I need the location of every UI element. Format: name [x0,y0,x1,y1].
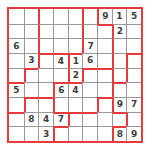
cell-r8c2[interactable]: 8 [24,112,39,127]
cell-r1c6[interactable] [82,9,97,24]
given-digit: 4 [72,86,78,95]
cell-r9c4[interactable] [53,126,68,141]
cell-r7c2[interactable] [24,97,39,112]
cell-r5c3[interactable] [38,68,53,83]
cell-r8c1[interactable] [9,112,24,127]
cell-r7c4[interactable] [53,97,68,112]
cell-r3c7[interactable] [97,38,112,53]
cell-r6c5[interactable]: 4 [68,82,83,97]
cell-r9c9[interactable]: 9 [126,126,141,141]
cell-r6c2[interactable] [24,82,39,97]
given-digit: 8 [28,115,34,124]
cell-r4c1[interactable] [9,53,24,68]
cell-r9c6[interactable] [82,126,97,141]
given-digit: 4 [43,115,49,124]
cell-r4c3[interactable] [38,53,53,68]
cell-r3c3[interactable] [38,38,53,53]
cell-r6c9[interactable] [126,82,141,97]
cell-r5c2[interactable] [24,68,39,83]
cell-r3c1[interactable]: 6 [9,38,24,53]
cell-r6c6[interactable] [82,82,97,97]
cell-r4c8[interactable] [112,53,127,68]
cell-r6c3[interactable] [38,82,53,97]
given-digit: 4 [58,57,64,66]
cell-r1c1[interactable] [9,9,24,24]
cell-r2c9[interactable] [126,24,141,39]
cell-r7c9[interactable]: 7 [126,97,141,112]
given-digit: 3 [28,56,34,65]
cell-r1c7[interactable]: 9 [97,9,112,24]
cell-r4c5[interactable]: 1 [68,53,83,68]
cell-r9c5[interactable] [68,126,83,141]
cell-r2c4[interactable] [53,24,68,39]
given-digit: 9 [131,130,137,139]
cell-r4c7[interactable] [97,53,112,68]
cell-r4c9[interactable] [126,53,141,68]
given-digit: 6 [87,56,93,65]
puzzle-board: 9152673416256497847389 [7,7,143,143]
cell-r8c3[interactable]: 4 [38,112,53,127]
given-digit: 2 [73,71,79,80]
cell-r9c3[interactable]: 3 [38,126,53,141]
given-digit: 1 [73,57,79,66]
cell-r8c9[interactable] [126,112,141,127]
cell-r4c4[interactable]: 4 [53,53,68,68]
cell-r8c5[interactable] [68,112,83,127]
cell-r2c5[interactable] [68,24,83,39]
given-digit: 9 [117,100,123,109]
cell-r6c4[interactable]: 6 [53,82,68,97]
cell-r7c5[interactable] [68,97,83,112]
cell-r5c9[interactable] [126,68,141,83]
cell-r7c3[interactable] [38,97,53,112]
cell-r8c7[interactable] [97,112,112,127]
cell-r3c6[interactable]: 7 [82,38,97,53]
given-digit: 3 [43,130,49,139]
cell-r9c2[interactable] [24,126,39,141]
cell-r7c7[interactable] [97,97,112,112]
given-digit: 9 [102,12,108,21]
given-digit: 5 [131,12,137,21]
cell-r1c5[interactable] [68,9,83,24]
cell-r9c7[interactable] [97,126,112,141]
given-digit: 5 [13,86,19,95]
cell-r4c6[interactable]: 6 [82,53,97,68]
given-digit: 2 [117,27,123,36]
cell-r5c1[interactable] [9,68,24,83]
cell-r5c8[interactable] [112,68,127,83]
cell-r1c4[interactable] [53,9,68,24]
cell-r8c4[interactable]: 7 [53,112,68,127]
given-digit: 7 [88,42,94,51]
cell-r3c9[interactable] [126,38,141,53]
cell-r7c1[interactable] [9,97,24,112]
cell-r1c9[interactable]: 5 [126,9,141,24]
cell-r8c8[interactable] [112,112,127,127]
cell-r1c3[interactable] [38,9,53,24]
cell-r3c5[interactable] [68,38,83,53]
cell-r5c5[interactable]: 2 [68,68,83,83]
cell-r2c2[interactable] [24,24,39,39]
cell-r5c6[interactable] [82,68,97,83]
cell-r1c8[interactable]: 1 [112,9,127,24]
cell-r2c7[interactable] [97,24,112,39]
cell-r3c8[interactable] [112,38,127,53]
given-digit: 7 [58,115,64,124]
cell-r4c2[interactable]: 3 [24,53,39,68]
cell-r2c3[interactable] [38,24,53,39]
cell-r5c4[interactable] [53,68,68,83]
cell-r8c6[interactable] [82,112,97,127]
cell-r3c2[interactable] [24,38,39,53]
cell-r5c7[interactable] [97,68,112,83]
cell-r2c6[interactable] [82,24,97,39]
cell-r7c8[interactable]: 9 [112,97,127,112]
cell-r9c1[interactable] [9,126,24,141]
cell-r3c4[interactable] [53,38,68,53]
cell-r7c6[interactable] [82,97,97,112]
given-digit: 1 [116,12,122,21]
cell-r6c7[interactable] [97,82,112,97]
cell-r1c2[interactable] [24,9,39,24]
cell-r9c8[interactable]: 8 [112,126,127,141]
cell-r6c1[interactable]: 5 [9,82,24,97]
cell-r2c1[interactable] [9,24,24,39]
cell-r6c8[interactable] [112,82,127,97]
cell-r2c8[interactable]: 2 [112,24,127,39]
given-digit: 7 [131,100,137,109]
given-digit: 6 [13,42,19,51]
given-digit: 6 [58,86,64,95]
given-digit: 8 [117,130,123,139]
page-background: 9152673416256497847389 [0,0,150,150]
